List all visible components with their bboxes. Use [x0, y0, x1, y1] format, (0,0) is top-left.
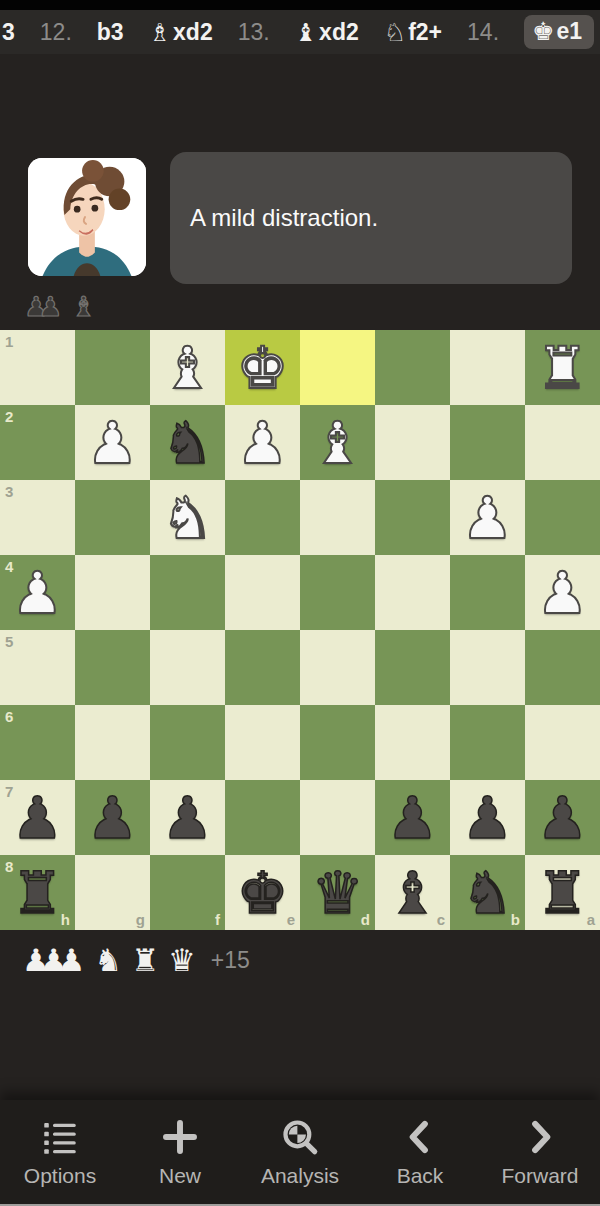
square-h6[interactable]: 6: [0, 705, 75, 780]
square-h1[interactable]: 1: [0, 330, 75, 405]
back-button[interactable]: Back: [360, 1100, 480, 1206]
square-g6[interactable]: [75, 705, 150, 780]
file-label-c: c: [437, 911, 445, 928]
square-a5[interactable]: [525, 630, 600, 705]
chess-board: 1♝♚♜2♟♞♟♝3♞♟4♟♟567♟♟♟♟♟♟8h♜gfe♚d♛c♝b♞a♜: [0, 330, 600, 930]
move-black-12[interactable]: ♗xd2: [149, 19, 213, 46]
options-label: Options: [24, 1164, 96, 1188]
square-c6[interactable]: [375, 705, 450, 780]
bot-avatar-illustration: [28, 158, 146, 276]
square-g7[interactable]: ♟: [75, 780, 150, 855]
rank-label-3: 3: [5, 483, 13, 500]
square-a1[interactable]: ♜: [525, 330, 600, 405]
rank-label-4: 4: [5, 558, 13, 575]
square-g2[interactable]: ♟: [75, 405, 150, 480]
piece-wK-e1: ♚: [225, 330, 300, 405]
piece-wN-f3: ♞: [150, 480, 225, 555]
square-e2[interactable]: ♟: [225, 405, 300, 480]
file-label-g: g: [136, 911, 145, 928]
list-icon: [39, 1116, 81, 1158]
move-number-13: 13.: [238, 19, 270, 46]
bot-avatar: [28, 158, 146, 276]
rank-label-5: 5: [5, 633, 13, 650]
file-label-b: b: [511, 911, 520, 928]
game-screen: 3 12. b3 ♗xd2 13. ♝xd2 ♘f2+ 14. ♚e1: [0, 0, 600, 1206]
move-white-14-current[interactable]: ♚e1: [524, 15, 594, 49]
square-b6[interactable]: [450, 705, 525, 780]
piece-bP-a7: ♟: [525, 780, 600, 855]
captured-piece-p: ♟: [38, 293, 62, 320]
piece-wP-e2: ♟: [225, 405, 300, 480]
file-label-h: h: [61, 911, 70, 928]
new-label: New: [159, 1164, 201, 1188]
piece-wP-g2: ♟: [75, 405, 150, 480]
square-f8[interactable]: f: [150, 855, 225, 930]
move-white-12[interactable]: b3: [97, 19, 124, 46]
square-a4[interactable]: ♟: [525, 555, 600, 630]
square-b2[interactable]: [450, 405, 525, 480]
bottom-nav: Options New Analysis Back: [0, 1100, 600, 1206]
captured-group: ♞: [94, 945, 122, 976]
square-h5[interactable]: 5: [0, 630, 75, 705]
piece-wB-f1: ♝: [150, 330, 225, 405]
square-d2[interactable]: ♝: [300, 405, 375, 480]
square-a8[interactable]: a♜: [525, 855, 600, 930]
plus-icon: [159, 1116, 201, 1158]
captured-piece-R: ♜: [131, 945, 159, 976]
bot-message: A mild distraction.: [170, 204, 378, 232]
square-c2[interactable]: [375, 405, 450, 480]
piece-bP-c7: ♟: [375, 780, 450, 855]
square-a6[interactable]: [525, 705, 600, 780]
square-h7[interactable]: 7♟: [0, 780, 75, 855]
move-number-12: 12.: [40, 19, 72, 46]
captured-group: ♟♟♟: [22, 945, 85, 976]
square-h8[interactable]: 8h♜: [0, 855, 75, 930]
rank-label-8: 8: [5, 858, 13, 875]
square-f5[interactable]: [150, 630, 225, 705]
file-label-a: a: [587, 911, 595, 928]
square-e4[interactable]: [225, 555, 300, 630]
captured-tray-black: ♟♟♟♞♜♛+15: [22, 940, 250, 980]
captured-group: ♜: [131, 945, 159, 976]
square-c7[interactable]: ♟: [375, 780, 450, 855]
rank-label-7: 7: [5, 783, 13, 800]
captured-tray-white: ♟♟♝: [24, 290, 105, 322]
square-d5[interactable]: [300, 630, 375, 705]
status-strip: [0, 0, 600, 10]
square-g8[interactable]: g: [75, 855, 150, 930]
square-c4[interactable]: [375, 555, 450, 630]
square-e6[interactable]: [225, 705, 300, 780]
forward-button[interactable]: Forward: [480, 1100, 600, 1206]
move-black-13[interactable]: ♘f2+: [384, 19, 442, 46]
square-f2[interactable]: ♞: [150, 405, 225, 480]
square-e7[interactable]: [225, 780, 300, 855]
chevron-left-icon: [399, 1116, 441, 1158]
move-list-bar: 3 12. b3 ♗xd2 13. ♝xd2 ♘f2+ 14. ♚e1: [0, 10, 600, 54]
piece-wP-a4: ♟: [525, 555, 600, 630]
file-label-f: f: [215, 911, 220, 928]
square-d6[interactable]: [300, 705, 375, 780]
square-f6[interactable]: [150, 705, 225, 780]
forward-label: Forward: [501, 1164, 578, 1188]
chevron-right-icon: [519, 1116, 561, 1158]
captured-piece-N: ♞: [94, 945, 122, 976]
square-h4[interactable]: 4♟: [0, 555, 75, 630]
square-g3[interactable]: [75, 480, 150, 555]
captured-group: ♛: [168, 945, 196, 976]
square-b3[interactable]: ♟: [450, 480, 525, 555]
captured-piece-P: ♟: [58, 945, 86, 976]
move-entry-overflow[interactable]: 3: [2, 19, 15, 46]
square-c5[interactable]: [375, 630, 450, 705]
captured-group: ♟♟: [24, 293, 62, 320]
square-d3[interactable]: [300, 480, 375, 555]
square-a7[interactable]: ♟: [525, 780, 600, 855]
square-e5[interactable]: [225, 630, 300, 705]
captured-piece-Q: ♛: [168, 945, 196, 976]
magnifier-pie-icon: [279, 1116, 321, 1158]
square-a2[interactable]: [525, 405, 600, 480]
square-d7[interactable]: [300, 780, 375, 855]
move-number-14: 14.: [467, 19, 499, 46]
square-g1[interactable]: [75, 330, 150, 405]
square-f7[interactable]: ♟: [150, 780, 225, 855]
piece-bP-f7: ♟: [150, 780, 225, 855]
square-f3[interactable]: ♞: [150, 480, 225, 555]
square-g4[interactable]: [75, 555, 150, 630]
captured-piece-b: ♝: [71, 293, 95, 320]
piece-bP-g7: ♟: [75, 780, 150, 855]
square-e3[interactable]: [225, 480, 300, 555]
square-c3[interactable]: [375, 480, 450, 555]
square-h3[interactable]: 3: [0, 480, 75, 555]
piece-wB-d2: ♝: [300, 405, 375, 480]
square-g5[interactable]: [75, 630, 150, 705]
rank-label-2: 2: [5, 408, 13, 425]
piece-wR-a1: ♜: [525, 330, 600, 405]
analysis-label: Analysis: [261, 1164, 339, 1188]
rank-label-1: 1: [5, 333, 13, 350]
knight-outline-figurine: ♘: [384, 20, 406, 45]
bishop-outline-figurine: ♗: [149, 20, 171, 45]
move-white-13[interactable]: ♝xd2: [295, 19, 359, 46]
bishop-filled-figurine: ♝: [295, 20, 317, 45]
square-e8[interactable]: e♚: [225, 855, 300, 930]
rank-label-6: 6: [5, 708, 13, 725]
back-label: Back: [397, 1164, 444, 1188]
options-button[interactable]: Options: [0, 1100, 120, 1206]
square-a3[interactable]: [525, 480, 600, 555]
king-filled-figurine: ♚: [532, 19, 554, 44]
analysis-button[interactable]: Analysis: [240, 1100, 360, 1206]
piece-bN-f2: ♞: [150, 405, 225, 480]
square-b4[interactable]: [450, 555, 525, 630]
square-c8[interactable]: c♝: [375, 855, 450, 930]
piece-wP-b3: ♟: [450, 480, 525, 555]
square-b1[interactable]: [450, 330, 525, 405]
bot-speech-bubble: A mild distraction.: [170, 152, 572, 284]
square-e1[interactable]: ♚: [225, 330, 300, 405]
captured-group: ♝: [71, 293, 95, 320]
square-b7[interactable]: ♟: [450, 780, 525, 855]
square-h2[interactable]: 2: [0, 405, 75, 480]
piece-bP-b7: ♟: [450, 780, 525, 855]
material-score: +15: [211, 947, 250, 974]
square-f4[interactable]: [150, 555, 225, 630]
square-f1[interactable]: ♝: [150, 330, 225, 405]
file-label-d: d: [361, 911, 370, 928]
square-b8[interactable]: b♞: [450, 855, 525, 930]
square-d8[interactable]: d♛: [300, 855, 375, 930]
square-c1[interactable]: [375, 330, 450, 405]
new-game-button[interactable]: New: [120, 1100, 240, 1206]
square-d4[interactable]: [300, 555, 375, 630]
file-label-e: e: [287, 911, 295, 928]
square-d1[interactable]: [300, 330, 375, 405]
square-b5[interactable]: [450, 630, 525, 705]
